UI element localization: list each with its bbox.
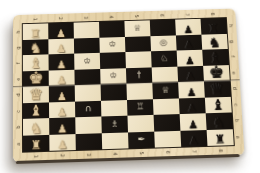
engraving-scepter-icon: ♕ — [124, 20, 150, 36]
square-d6[interactable]: ♕ — [152, 82, 179, 99]
square-c2[interactable]: ♟ — [49, 101, 75, 118]
black-pawn-b7[interactable]: ♟ — [180, 119, 207, 131]
square-b3[interactable] — [75, 116, 102, 133]
square-h1[interactable]: ♜ — [23, 23, 49, 39]
black-pawn-c7[interactable]: ♟ — [179, 103, 206, 115]
square-b5[interactable] — [127, 115, 154, 132]
square-c8[interactable]: ♝ — [205, 96, 232, 113]
black-knight-b8[interactable]: ♞ — [206, 115, 233, 130]
black-knight-g8[interactable]: ♞ — [201, 36, 227, 50]
square-f5[interactable] — [125, 51, 151, 67]
square-h4[interactable] — [99, 21, 125, 37]
border-corner — [234, 145, 245, 155]
square-b6[interactable] — [154, 114, 181, 131]
square-c5[interactable]: ♖ — [127, 99, 154, 116]
coord-bottom-3: 3 — [84, 141, 95, 167]
square-c6[interactable] — [153, 98, 180, 115]
black-pawn-h7[interactable]: ♟ — [175, 24, 201, 35]
square-c3[interactable]: ∩ — [75, 100, 101, 117]
white-pawn-h2[interactable]: ♟ — [48, 28, 74, 39]
square-a1[interactable]: ♜ — [23, 134, 49, 151]
square-f3[interactable]: ♔ — [74, 53, 100, 69]
black-rook-h8[interactable]: ♜ — [201, 22, 227, 34]
white-bishop-c1[interactable]: ♝ — [23, 103, 49, 118]
square-d2[interactable]: ♟ — [49, 85, 75, 102]
engraving-crown-icon: ♔ — [74, 53, 100, 69]
square-c1[interactable]: ♝ — [23, 102, 49, 119]
square-d7[interactable]: ♟ — [178, 81, 205, 98]
square-h3[interactable] — [74, 22, 100, 38]
border-corner — [225, 9, 235, 19]
engraving-rook-icon: ♖ — [127, 99, 154, 116]
white-knight-b1[interactable]: ♞ — [23, 121, 49, 136]
black-pawn-a7[interactable]: ♟ — [181, 135, 208, 147]
square-h6[interactable] — [150, 20, 176, 36]
black-queen-d8[interactable]: ♛ — [204, 81, 231, 97]
coord-bottom-6: 6 — [163, 139, 174, 165]
white-rook-h1[interactable]: ♜ — [23, 28, 49, 40]
square-a7[interactable]: ♟ — [180, 130, 207, 147]
square-a8[interactable]: ♜ — [207, 129, 234, 146]
engraving-queen-figure-icon: ♕ — [152, 82, 179, 99]
border-corner — [13, 15, 23, 25]
black-pawn-g7[interactable]: ♟ — [176, 39, 202, 50]
square-b4[interactable]: ♗ — [101, 116, 128, 133]
border-corner — [13, 152, 23, 162]
engraving-quill-icon: ✒ — [128, 131, 155, 148]
white-pawn-c2[interactable]: ♟ — [49, 107, 75, 119]
coord-bottom-4: 4 — [110, 141, 121, 167]
white-pawn-a2[interactable]: ♟ — [49, 139, 75, 151]
white-queen-d1[interactable]: ♛ — [23, 86, 49, 102]
square-h7[interactable]: ♟ — [175, 19, 201, 35]
square-g7[interactable]: ♟ — [176, 34, 202, 50]
square-g5[interactable] — [125, 36, 151, 52]
square-g1[interactable]: ♞ — [23, 39, 49, 55]
square-b8[interactable]: ♞ — [206, 112, 233, 129]
chess-board: 12345678 hgfedcba ♜♟♕♟♜♞♟♔◎♟♞♝♟♔♘♟♝♚♟♔†♟… — [13, 9, 245, 163]
square-d8[interactable]: ♛ — [204, 80, 231, 97]
square-b7[interactable]: ♟ — [180, 113, 207, 130]
square-h2[interactable]: ♟ — [48, 23, 74, 39]
square-a5[interactable]: ✒ — [128, 131, 155, 148]
square-g8[interactable]: ♞ — [201, 33, 227, 49]
white-rook-a1[interactable]: ♜ — [23, 139, 49, 152]
square-c7[interactable]: ♟ — [179, 97, 206, 114]
square-g6[interactable]: ◎ — [150, 35, 176, 51]
square-f4[interactable] — [100, 52, 126, 68]
engraving-medallion-icon: ◎ — [150, 35, 176, 51]
coordinates-left: hgfedcba — [13, 24, 23, 152]
engraving-knight-icon: ♘ — [151, 51, 177, 67]
product-photo-scene: 12345678 hgfedcba ♜♟♕♟♜♞♟♔◎♟♞♝♟♔♘♟♝♚♟♔†♟… — [0, 0, 260, 173]
square-c4[interactable] — [101, 100, 128, 117]
square-d4[interactable] — [101, 84, 127, 101]
square-a2[interactable]: ♟ — [49, 134, 76, 151]
square-f7[interactable]: ♟ — [177, 50, 203, 66]
square-g4[interactable]: ♔ — [99, 37, 125, 53]
white-pawn-b2[interactable]: ♟ — [49, 123, 75, 135]
square-f6[interactable]: ♘ — [151, 51, 177, 67]
white-pawn-f2[interactable]: ♟ — [49, 59, 75, 70]
square-d1[interactable]: ♛ — [23, 86, 49, 103]
black-pawn-d7[interactable]: ♟ — [178, 87, 204, 98]
square-d5[interactable] — [126, 83, 152, 100]
white-knight-g1[interactable]: ♞ — [23, 41, 49, 55]
white-pawn-g2[interactable]: ♟ — [48, 43, 74, 54]
engraving-crown-icon: ♔ — [99, 37, 125, 53]
square-h5[interactable]: ♕ — [124, 20, 150, 36]
engraving-horseshoe-icon: ∩ — [75, 100, 101, 117]
black-rook-a8[interactable]: ♜ — [207, 133, 234, 146]
square-d3[interactable] — [75, 84, 101, 101]
black-pawn-f7[interactable]: ♟ — [177, 55, 203, 66]
white-pawn-d2[interactable]: ♟ — [49, 90, 75, 101]
square-g2[interactable]: ♟ — [48, 38, 74, 54]
square-b1[interactable]: ♞ — [23, 118, 49, 135]
board-perspective-wrapper: 12345678 hgfedcba ♜♟♕♟♜♞♟♔◎♟♞♝♟♔♘♟♝♚♟♔†♟… — [13, 7, 241, 159]
square-f2[interactable]: ♟ — [49, 54, 75, 70]
black-bishop-c8[interactable]: ♝ — [205, 98, 232, 113]
square-g3[interactable] — [74, 37, 100, 53]
square-b2[interactable]: ♟ — [49, 117, 75, 134]
engraving-bishop-icon: ♗ — [101, 116, 128, 133]
